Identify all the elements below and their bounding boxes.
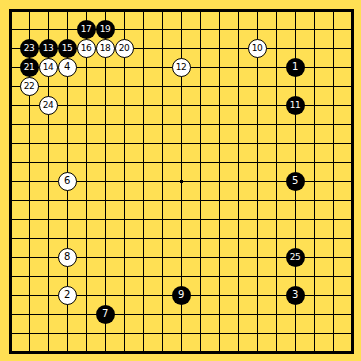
stone-black-9[interactable]: 9: [172, 286, 191, 305]
move-number: 1: [292, 62, 298, 72]
go-board[interactable]: 1234567891011121314151617181920212223242…: [0, 0, 361, 361]
move-number: 22: [24, 82, 34, 91]
stone-black-11[interactable]: 11: [286, 96, 305, 115]
stone-white-20[interactable]: 20: [115, 39, 134, 58]
stone-white-18[interactable]: 18: [96, 39, 115, 58]
stone-black-17[interactable]: 17: [77, 20, 96, 39]
stone-black-13[interactable]: 13: [39, 39, 58, 58]
move-number: 19: [100, 25, 110, 34]
move-number: 3: [292, 290, 298, 300]
stone-black-15[interactable]: 15: [58, 39, 77, 58]
stone-white-6[interactable]: 6: [58, 172, 77, 191]
move-number: 25: [290, 253, 300, 262]
stone-white-4[interactable]: 4: [58, 58, 77, 77]
move-number: 15: [62, 44, 72, 53]
stone-white-2[interactable]: 2: [58, 286, 77, 305]
stone-black-3[interactable]: 3: [286, 286, 305, 305]
stone-black-25[interactable]: 25: [286, 248, 305, 267]
stone-white-12[interactable]: 12: [172, 58, 191, 77]
move-number: 16: [81, 44, 91, 53]
move-number: 14: [43, 63, 53, 72]
stone-black-23[interactable]: 23: [20, 39, 39, 58]
move-number: 24: [43, 101, 53, 110]
move-number: 21: [24, 63, 34, 72]
move-number: 17: [81, 25, 91, 34]
stone-black-19[interactable]: 19: [96, 20, 115, 39]
move-number: 2: [64, 290, 70, 300]
move-number: 7: [102, 309, 108, 319]
move-number: 6: [64, 176, 70, 186]
stones-grid: 1234567891011121314151617181920212223242…: [1, 1, 361, 361]
move-number: 10: [252, 44, 262, 53]
move-number: 20: [119, 44, 129, 53]
stone-white-16[interactable]: 16: [77, 39, 96, 58]
move-number: 4: [64, 62, 70, 72]
stone-black-7[interactable]: 7: [96, 305, 115, 324]
stone-white-24[interactable]: 24: [39, 96, 58, 115]
move-number: 23: [24, 44, 34, 53]
stone-black-21[interactable]: 21: [20, 58, 39, 77]
move-number: 12: [176, 63, 186, 72]
stone-black-5[interactable]: 5: [286, 172, 305, 191]
move-number: 18: [100, 44, 110, 53]
screen: 1234567891011121314151617181920212223242…: [0, 0, 361, 361]
stone-white-8[interactable]: 8: [58, 248, 77, 267]
stone-black-1[interactable]: 1: [286, 58, 305, 77]
stone-white-14[interactable]: 14: [39, 58, 58, 77]
stone-white-22[interactable]: 22: [20, 77, 39, 96]
move-number: 11: [290, 101, 300, 110]
move-number: 5: [292, 176, 298, 186]
stone-white-10[interactable]: 10: [248, 39, 267, 58]
move-number: 13: [43, 44, 53, 53]
move-number: 9: [178, 290, 184, 300]
move-number: 8: [64, 252, 70, 262]
